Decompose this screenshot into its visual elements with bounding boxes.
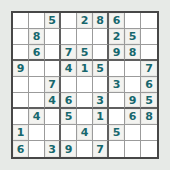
cell-r8c5[interactable]: 4 bbox=[77, 125, 93, 141]
cell-r6c6[interactable]: 3 bbox=[93, 93, 109, 109]
cell-r9c8[interactable] bbox=[125, 141, 141, 157]
cell-r6c1[interactable] bbox=[13, 93, 29, 109]
cell-r4c1[interactable]: 9 bbox=[13, 61, 29, 77]
cell-r2c6[interactable] bbox=[93, 29, 109, 45]
cell-r2c9[interactable] bbox=[141, 29, 157, 45]
cell-r1c8[interactable] bbox=[125, 13, 141, 29]
cell-r5c2[interactable] bbox=[29, 77, 45, 93]
cell-r8c7[interactable]: 5 bbox=[109, 125, 125, 141]
cell-r9c7[interactable] bbox=[109, 141, 125, 157]
cell-r2c5[interactable] bbox=[77, 29, 93, 45]
cell-r4c5[interactable]: 1 bbox=[77, 61, 93, 77]
cell-r5c7[interactable]: 3 bbox=[109, 77, 125, 93]
cell-r8c2[interactable] bbox=[29, 125, 45, 141]
cell-r8c1[interactable]: 1 bbox=[13, 125, 29, 141]
cell-r1c6[interactable]: 8 bbox=[93, 13, 109, 29]
cell-r5c6[interactable] bbox=[93, 77, 109, 93]
cell-r4c2[interactable] bbox=[29, 61, 45, 77]
cell-r9c9[interactable] bbox=[141, 141, 157, 157]
cell-r6c7[interactable] bbox=[109, 93, 125, 109]
cell-r6c5[interactable] bbox=[77, 93, 93, 109]
cell-r5c1[interactable] bbox=[13, 77, 29, 93]
cell-r2c1[interactable] bbox=[13, 29, 29, 45]
cell-r3c8[interactable]: 8 bbox=[125, 45, 141, 61]
cell-r5c5[interactable] bbox=[77, 77, 93, 93]
cell-r7c7[interactable] bbox=[109, 109, 125, 125]
cell-r1c4[interactable] bbox=[61, 13, 77, 29]
cell-r2c2[interactable]: 8 bbox=[29, 29, 45, 45]
cell-r2c7[interactable]: 2 bbox=[109, 29, 125, 45]
cell-r7c8[interactable]: 6 bbox=[125, 109, 141, 125]
cell-r5c3[interactable]: 7 bbox=[45, 77, 61, 93]
cell-r7c2[interactable]: 4 bbox=[29, 109, 45, 125]
cell-r8c6[interactable] bbox=[93, 125, 109, 141]
cell-r3c2[interactable]: 6 bbox=[29, 45, 45, 61]
cell-r1c3[interactable]: 5 bbox=[45, 13, 61, 29]
cell-r7c4[interactable]: 5 bbox=[61, 109, 77, 125]
cell-r3c7[interactable]: 9 bbox=[109, 45, 125, 61]
cell-r6c4[interactable]: 6 bbox=[61, 93, 77, 109]
cell-r8c3[interactable] bbox=[45, 125, 61, 141]
cell-r9c2[interactable] bbox=[29, 141, 45, 157]
cell-r4c3[interactable] bbox=[45, 61, 61, 77]
cell-r3c5[interactable]: 5 bbox=[77, 45, 93, 61]
cell-r7c9[interactable]: 8 bbox=[141, 109, 157, 125]
cell-r3c4[interactable]: 7 bbox=[61, 45, 77, 61]
cell-r6c9[interactable]: 5 bbox=[141, 93, 157, 109]
cell-r3c6[interactable] bbox=[93, 45, 109, 61]
cell-r5c4[interactable] bbox=[61, 77, 77, 93]
cell-r9c3[interactable]: 3 bbox=[45, 141, 61, 157]
cell-r1c7[interactable]: 6 bbox=[109, 13, 125, 29]
cell-r8c9[interactable] bbox=[141, 125, 157, 141]
cell-r7c6[interactable]: 1 bbox=[93, 109, 109, 125]
cell-r1c2[interactable] bbox=[29, 13, 45, 29]
cell-r5c9[interactable]: 6 bbox=[141, 77, 157, 93]
cell-r3c3[interactable] bbox=[45, 45, 61, 61]
cell-r9c4[interactable]: 9 bbox=[61, 141, 77, 157]
cell-r4c8[interactable] bbox=[125, 61, 141, 77]
cell-r2c4[interactable] bbox=[61, 29, 77, 45]
cell-r1c9[interactable] bbox=[141, 13, 157, 29]
cell-r3c9[interactable] bbox=[141, 45, 157, 61]
cell-r6c3[interactable]: 4 bbox=[45, 93, 61, 109]
cell-r7c1[interactable] bbox=[13, 109, 29, 125]
cell-r9c6[interactable]: 7 bbox=[93, 141, 109, 157]
cell-r2c3[interactable] bbox=[45, 29, 61, 45]
cell-r8c4[interactable] bbox=[61, 125, 77, 141]
cell-r7c5[interactable] bbox=[77, 109, 93, 125]
cell-r9c5[interactable] bbox=[77, 141, 93, 157]
cell-r3c1[interactable] bbox=[13, 45, 29, 61]
cell-r8c8[interactable] bbox=[125, 125, 141, 141]
cell-r4c4[interactable]: 4 bbox=[61, 61, 77, 77]
cell-r2c8[interactable]: 5 bbox=[125, 29, 141, 45]
cell-r4c6[interactable]: 5 bbox=[93, 61, 109, 77]
cell-r1c5[interactable]: 2 bbox=[77, 13, 93, 29]
cell-r4c7[interactable] bbox=[109, 61, 125, 77]
cell-r1c1[interactable] bbox=[13, 13, 29, 29]
cell-r4c9[interactable]: 7 bbox=[141, 61, 157, 77]
cell-r9c1[interactable]: 6 bbox=[13, 141, 29, 157]
cell-r6c2[interactable] bbox=[29, 93, 45, 109]
cell-r5c8[interactable] bbox=[125, 77, 141, 93]
cell-r6c8[interactable]: 9 bbox=[125, 93, 141, 109]
cell-r7c3[interactable] bbox=[45, 109, 61, 125]
sudoku-board: 5286825675989415773646395451681456397 bbox=[11, 11, 159, 159]
